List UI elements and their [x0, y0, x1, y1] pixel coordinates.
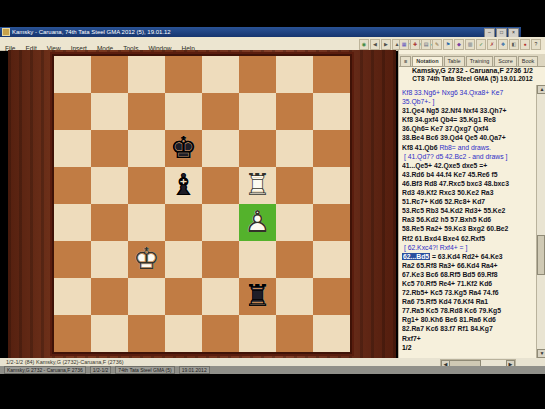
main-line-text[interactable]: 77.Ra5 Kc5 78.Rd8 Kc6 79.Kg5: [402, 307, 501, 314]
square-a7[interactable]: [54, 93, 91, 130]
notation-line[interactable]: Rf2 61.Bxd4 Bxe4 62.Rxf5: [402, 234, 534, 243]
forward-icon[interactable]: ▶: [381, 39, 391, 50]
main-line-text[interactable]: Kf8 34.gxf4 Qb4= 35.Kg1 Re8: [402, 116, 496, 123]
notation-line[interactable]: 51.Rc7+ Kd6 52.Rc8+ Kd7: [402, 197, 534, 206]
main-line-text[interactable]: 51.Rc7+ Kd6 52.Rc8+ Kd7: [402, 198, 485, 205]
square-h7[interactable]: [313, 93, 350, 130]
scroll-down-icon[interactable]: ▼: [537, 349, 545, 358]
square-h3[interactable]: [313, 241, 350, 278]
square-e2[interactable]: [202, 278, 239, 315]
square-b6[interactable]: [91, 130, 128, 167]
notation-line[interactable]: 67.Ke3 Bc6 68.Rf5 Bd5 69.Rf8: [402, 270, 534, 279]
board-panel: ♚♔♝♗♜♖♟♙♚♔♜♖: [8, 50, 396, 358]
main-line-text[interactable]: 31.Qe4 Ng5 32.Nf4 Nxf4 33.Qh7+: [402, 107, 506, 114]
statusbar-segment: Kamsky,G 2732 - Caruana,F 2736: [4, 366, 86, 374]
notation-line[interactable]: Rg1+ 80.Kh6 Be6 81.Ra6 Kd6: [402, 315, 534, 324]
flag-icon[interactable]: ⚑: [443, 39, 453, 50]
square-f7[interactable]: [239, 93, 276, 130]
square-b7[interactable]: [91, 93, 128, 130]
notation-line[interactable]: 53.Rc5 Rb3 54.Kd2 Rd3+ 55.Ke2: [402, 206, 534, 215]
statusbar-segment: 1/2-1/2: [90, 366, 112, 374]
notation-line[interactable]: 46.Bf3 Rd8 47.Rxc5 bxc3 48.bxc3: [402, 179, 534, 188]
menu-bar: FileEditViewInsertModeToolsWindowHelp ◉◀…: [0, 37, 545, 51]
square-c8[interactable]: [128, 56, 165, 93]
main-line-text[interactable]: 41...Qe5+ 42.Qxe5 dxe5 =+: [402, 162, 487, 169]
variation-text[interactable]: 35.Qb7+- ]: [402, 98, 434, 105]
square-b3[interactable]: [91, 241, 128, 278]
piece-outline: ♙: [239, 204, 276, 241]
square-e6[interactable]: [202, 130, 239, 167]
help-icon[interactable]: ?: [531, 39, 541, 50]
main-line-text[interactable]: 67.Ke3 Bc6 68.Rf5 Bd5 69.Rf8: [402, 271, 498, 278]
notation-line[interactable]: 36.Qh6= Ke7 37.Qxg7 Qxf4: [402, 124, 534, 133]
tab-[interactable]: ≡: [400, 56, 411, 66]
notation-line[interactable]: 38.Be4 Bc6 39.Qd4 Qe5 40.Qa7+: [402, 133, 534, 142]
main-line-text[interactable]: Kf8 41.Qb6: [402, 144, 439, 151]
square-e4[interactable]: [202, 204, 239, 241]
letterbox-top: [0, 0, 545, 27]
notation-line[interactable]: 62...Bd5 = 63.Kd4 Rd2+ 64.Ke3: [402, 252, 534, 261]
square-c6[interactable]: [128, 130, 165, 167]
square-e3[interactable]: [202, 241, 239, 278]
square-a6[interactable]: [54, 130, 91, 167]
square-e8[interactable]: [202, 56, 239, 93]
notation-line[interactable]: Rxf7+: [402, 334, 534, 343]
piece-outline: ♖: [239, 167, 276, 204]
white-king-c3[interactable]: ♚♔: [128, 241, 165, 278]
square-c1[interactable]: [128, 315, 165, 352]
white-pawn-f4[interactable]: ♟♙: [239, 204, 276, 241]
window-title: Kamsky - Caruana, 74th Tata Steel GMA 20…: [12, 27, 171, 37]
square-a8[interactable]: [54, 56, 91, 93]
star-icon[interactable]: ❖: [498, 39, 508, 50]
game-result-status: 1/2-1/2 (84) Kamsky,G (2732)-Caruana,F (…: [6, 358, 124, 366]
letterbox-corner: [521, 27, 545, 37]
letterbox-bottom: [0, 374, 545, 409]
board-icon[interactable]: ▦: [399, 39, 409, 50]
black-king-d6[interactable]: ♚♔: [165, 130, 202, 167]
main-line-text[interactable]: 72.Rb5+ Kc5 73.Kg5 Ra4 74.f6: [402, 289, 499, 296]
square-b5[interactable]: [91, 167, 128, 204]
square-g5[interactable]: [276, 167, 313, 204]
scroll-thumb[interactable]: [537, 235, 545, 275]
notation-line[interactable]: Kf8 33.Ng6+ Nxg6 34.Qxa8+ Ke7: [402, 88, 534, 97]
notation-line[interactable]: Kf8 34.gxf4 Qb4= 35.Kg1 Re8: [402, 115, 534, 124]
notation-line[interactable]: [ 41.Qd7? d5 42.Bc2 - and draws ]: [402, 152, 534, 161]
notation-line[interactable]: 82.Ra7 Kc6 83.f7 Rf1 84.Kg7: [402, 324, 534, 333]
square-g6[interactable]: [276, 130, 313, 167]
notation-line[interactable]: 41...Qe5+ 42.Qxe5 dxe5 =+: [402, 161, 534, 170]
square-e5[interactable]: [202, 167, 239, 204]
status-bar: Kamsky,G 2732 - Caruana,F 27361/2-1/274t…: [0, 366, 545, 374]
red-dot-icon[interactable]: ●: [520, 39, 530, 50]
current-move[interactable]: 62...Bd5: [402, 253, 430, 260]
square-d2[interactable]: [165, 278, 202, 315]
square-h1[interactable]: [313, 315, 350, 352]
notation-line[interactable]: 77.Ra5 Kc5 78.Rd8 Kc6 79.Kg5: [402, 306, 534, 315]
players-line: Kamsky,G 2732 - Caruana,F 2736 1/2: [399, 66, 545, 75]
main-line-text[interactable]: Rg1+ 80.Kh6 Be6 81.Ra6 Kd6: [402, 316, 496, 323]
square-b4[interactable]: [91, 204, 128, 241]
scroll-up-icon[interactable]: ▲: [537, 85, 545, 94]
square-c5[interactable]: [128, 167, 165, 204]
square-g8[interactable]: [276, 56, 313, 93]
back-icon[interactable]: ◀: [370, 39, 380, 50]
diamond-icon[interactable]: ◆: [454, 39, 464, 50]
notation-line[interactable]: Ra6 75.Rf5 Kd4 76.Kf4 Ra1: [402, 297, 534, 306]
check-icon[interactable]: ✓: [476, 39, 486, 50]
notation-line[interactable]: 72.Rb5+ Kc5 73.Kg5 Ra4 74.f6: [402, 288, 534, 297]
square-a3[interactable]: [54, 241, 91, 278]
main-line-text[interactable]: Ra3 56.Kd2 h5 57.Bxh5 Kd6: [402, 216, 491, 223]
piece-outline: ♗: [165, 167, 202, 204]
notation-text[interactable]: Kf8 33.Ng6+ Nxg6 34.Qxa8+ Ke735.Qb7+- ]3…: [402, 88, 534, 354]
event-line: CT8 74th Tata Steel GMA (5) 19.01.2012: [399, 75, 545, 83]
square-c2[interactable]: [128, 278, 165, 315]
variation-text[interactable]: Kf8 33.Ng6+ Nxg6 34.Qxa8+ Ke7: [402, 89, 503, 96]
notation-line[interactable]: [ 62.Kxc4?! Rxf4+ = ]: [402, 243, 534, 252]
square-d7[interactable]: [165, 93, 202, 130]
panel-icon[interactable]: ▥: [465, 39, 475, 50]
notation-panel: ≡NotationTableTrainingScoreBook Kamsky,G…: [398, 50, 545, 358]
main-line-text[interactable]: Rd3 49.Kf2 Rxc3 50.Ke2 Ra3: [402, 189, 493, 196]
edit-icon[interactable]: ✎: [432, 39, 442, 50]
notation-line[interactable]: Kf8 41.Qb6 Rb8= and draws.: [402, 143, 534, 152]
white-rook-f5[interactable]: ♜♖: [239, 167, 276, 204]
game-header: Kamsky,G 2732 - Caruana,F 2736 1/2 CT8 7…: [399, 66, 545, 83]
app-icon: [2, 28, 10, 36]
statusbar-segment: 74th Tata Steel GMA (5): [115, 366, 174, 374]
main-line-text[interactable]: 36.Qh6= Ke7 37.Qxg7 Qxf4: [402, 125, 488, 132]
square-b2[interactable]: [91, 278, 128, 315]
square-a1[interactable]: [54, 315, 91, 352]
square-f3[interactable]: [239, 241, 276, 278]
half-icon[interactable]: ◧: [509, 39, 519, 50]
notation-line[interactable]: 31.Qe4 Ng5 32.Nf4 Nxf4 33.Qh7+: [402, 106, 534, 115]
square-a5[interactable]: [54, 167, 91, 204]
square-g7[interactable]: [276, 93, 313, 130]
black-bishop-d5[interactable]: ♝♗: [165, 167, 202, 204]
square-g3[interactable]: [276, 241, 313, 278]
notation-line[interactable]: Ra3 56.Kd2 h5 57.Bxh5 Kd6: [402, 215, 534, 224]
variation-text[interactable]: [ 41.Qd7? d5 42.Bc2 - and draws ]: [402, 153, 507, 160]
close-icon[interactable]: ✗: [487, 39, 497, 50]
notation-line[interactable]: 1/2: [402, 343, 534, 352]
square-f6[interactable]: [239, 130, 276, 167]
main-line-text[interactable]: Ra2 65.Rf8 Ra3+ 66.Kd4 Ra4+: [402, 262, 498, 269]
notation-line[interactable]: Ra2 65.Rf8 Ra3+ 66.Kd4 Ra4+: [402, 261, 534, 270]
statusbar-segment: 19.01.2012: [179, 366, 210, 374]
square-b1[interactable]: [91, 315, 128, 352]
square-d3[interactable]: [165, 241, 202, 278]
variation-text[interactable]: [ 62.Kxc4?! Rxf4+ = ]: [402, 244, 467, 251]
result-text: 1/2: [402, 344, 411, 351]
tab-book[interactable]: Book: [518, 56, 539, 66]
list-icon[interactable]: ▤: [421, 39, 431, 50]
variation-text[interactable]: Rb8= and draws.: [439, 144, 491, 151]
square-f1[interactable]: [239, 315, 276, 352]
main-line-text[interactable]: 46.Bf3 Rd8 47.Rxc5 bxc3 48.bxc3: [402, 180, 509, 187]
square-h2[interactable]: [313, 278, 350, 315]
square-e1[interactable]: [202, 315, 239, 352]
main-line-text[interactable]: 53.Rc5 Rb3 54.Kd2 Rd3+ 55.Ke2: [402, 207, 505, 214]
square-g1[interactable]: [276, 315, 313, 352]
piece-outline: ♔: [128, 241, 165, 278]
square-a2[interactable]: [54, 278, 91, 315]
square-d8[interactable]: [165, 56, 202, 93]
notation-line[interactable]: Kc5 70.Rf5 Re4+ 71.Kf2 Kd6: [402, 279, 534, 288]
record-icon[interactable]: ◉: [359, 39, 369, 50]
square-g4[interactable]: [276, 204, 313, 241]
piece-outline: ♔: [165, 130, 202, 167]
vertical-scrollbar[interactable]: ▲ ▼: [536, 85, 545, 358]
square-h4[interactable]: [313, 204, 350, 241]
main-line-text[interactable]: 43.Rd6 b4 44.f4 Ke7 45.Re6 f5: [402, 171, 498, 178]
square-e7[interactable]: [202, 93, 239, 130]
square-c4[interactable]: [128, 204, 165, 241]
main-line-text[interactable]: 58.Re5 Ra2+ 59.Kc3 Bxg2 60.Be2: [402, 225, 508, 232]
add-icon[interactable]: ✚: [410, 39, 420, 50]
tab-training[interactable]: Training: [466, 56, 494, 66]
square-h6[interactable]: [313, 130, 350, 167]
main-line-text[interactable]: Ra6 75.Rf5 Kd4 76.Kf4 Ra1: [402, 298, 488, 305]
tab-score[interactable]: Score: [494, 56, 516, 66]
notation-line[interactable]: 58.Re5 Ra2+ 59.Kc3 Bxg2 60.Be2: [402, 224, 534, 233]
title-bar[interactable]: Kamsky - Caruana, 74th Tata Steel GMA 20…: [0, 27, 521, 37]
main-line-text[interactable]: Rxf7+: [402, 335, 421, 342]
square-d1[interactable]: [165, 315, 202, 352]
square-g2[interactable]: [276, 278, 313, 315]
piece-outline: ♖: [239, 278, 276, 315]
main-line-text[interactable]: 38.Be4 Bc6 39.Qd4 Qe5 40.Qa7+: [402, 134, 506, 141]
notation-line[interactable]: 35.Qb7+- ]: [402, 97, 534, 106]
square-h5[interactable]: [313, 167, 350, 204]
square-f8[interactable]: [239, 56, 276, 93]
square-b8[interactable]: [91, 56, 128, 93]
black-rook-f2[interactable]: ♜♖: [239, 278, 276, 315]
main-line-text[interactable]: 82.Ra7 Kc6 83.f7 Rf1 84.Kg7: [402, 325, 493, 332]
square-d4[interactable]: [165, 204, 202, 241]
square-a4[interactable]: [54, 204, 91, 241]
main-line-text[interactable]: Kc5 70.Rf5 Re4+ 71.Kf2 Kd6: [402, 280, 492, 287]
main-line-text[interactable]: Rf2 61.Bxd4 Bxe4 62.Rxf5: [402, 235, 485, 242]
notation-line[interactable]: 43.Rd6 b4 44.f4 Ke7 45.Re6 f5: [402, 170, 534, 179]
tab-notation[interactable]: Notation: [412, 56, 442, 66]
notation-line[interactable]: Rd3 49.Kf2 Rxc3 50.Ke2 Ra3: [402, 188, 534, 197]
tab-table[interactable]: Table: [444, 56, 465, 66]
square-h8[interactable]: [313, 56, 350, 93]
chess-board[interactable]: ♚♔♝♗♜♖♟♙♚♔♜♖: [54, 56, 350, 352]
screenshot-stage: Kamsky - Caruana, 74th Tata Steel GMA 20…: [0, 0, 545, 409]
main-line-text[interactable]: = 63.Kd4 Rd2+ 64.Ke3: [430, 253, 503, 260]
toolbar-group-2: ▦✚▤✎⚑◆▥✓✗❖◧●?: [399, 39, 541, 50]
square-c7[interactable]: [128, 93, 165, 130]
